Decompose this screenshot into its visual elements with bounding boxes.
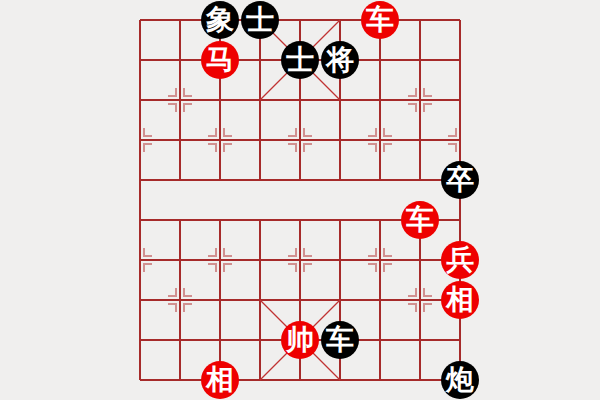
board-cell[interactable] <box>120 240 160 280</box>
piece-red-soldier[interactable]: 兵 <box>441 241 479 279</box>
board-cell[interactable] <box>440 80 480 120</box>
board-cell[interactable] <box>120 320 160 360</box>
board-cell[interactable] <box>320 360 360 400</box>
board-cell[interactable] <box>120 40 160 80</box>
board-cell[interactable] <box>280 360 320 400</box>
board-cell[interactable] <box>160 360 200 400</box>
board-cell[interactable] <box>160 280 200 320</box>
board-cell[interactable] <box>360 240 400 280</box>
board-cell[interactable]: 车 <box>400 200 440 240</box>
board-cell[interactable] <box>240 320 280 360</box>
board-cell[interactable]: 车 <box>320 320 360 360</box>
board-cell[interactable] <box>360 120 400 160</box>
piece-black-chariot[interactable]: 车 <box>321 321 359 359</box>
board-cell[interactable] <box>400 320 440 360</box>
board-cell[interactable] <box>320 200 360 240</box>
board-cell[interactable] <box>240 40 280 80</box>
board-cell[interactable] <box>280 160 320 200</box>
board-cell[interactable] <box>280 0 320 40</box>
board-cell[interactable] <box>160 240 200 280</box>
board-cell[interactable] <box>400 80 440 120</box>
board-cell[interactable] <box>400 280 440 320</box>
piece-black-soldier[interactable]: 卒 <box>441 161 479 199</box>
board-cell[interactable] <box>160 0 200 40</box>
board-cell[interactable] <box>200 80 240 120</box>
board-cell[interactable] <box>200 120 240 160</box>
board-cell[interactable] <box>400 360 440 400</box>
board-cell[interactable] <box>400 120 440 160</box>
board-cell[interactable] <box>240 120 280 160</box>
board-cell[interactable] <box>240 80 280 120</box>
xiangqi-board: 象士车马士将卒车兵相帅车相炮 <box>0 0 600 400</box>
board-cell[interactable]: 士 <box>240 0 280 40</box>
board-cell[interactable] <box>320 280 360 320</box>
board-cell[interactable] <box>160 320 200 360</box>
board-cell[interactable] <box>280 240 320 280</box>
board-cell[interactable] <box>160 120 200 160</box>
piece-red-general[interactable]: 帅 <box>281 321 319 359</box>
board-cell[interactable]: 马 <box>200 40 240 80</box>
board-cell[interactable]: 士 <box>280 40 320 80</box>
piece-black-advisor[interactable]: 士 <box>281 41 319 79</box>
board-cell[interactable] <box>120 120 160 160</box>
board-cell[interactable] <box>360 320 400 360</box>
board-cell[interactable] <box>120 160 160 200</box>
board-cell[interactable] <box>200 240 240 280</box>
board-cell[interactable] <box>240 240 280 280</box>
board-cell[interactable] <box>120 360 160 400</box>
board-cell[interactable] <box>400 160 440 200</box>
board-cell[interactable] <box>360 280 400 320</box>
board-cell[interactable] <box>440 200 480 240</box>
board-cell[interactable] <box>360 360 400 400</box>
board-cell[interactable] <box>160 40 200 80</box>
board-cell[interactable] <box>160 160 200 200</box>
board-cell[interactable] <box>240 360 280 400</box>
board-cell[interactable] <box>200 320 240 360</box>
board-cell[interactable]: 相 <box>200 360 240 400</box>
board-cell[interactable]: 帅 <box>280 320 320 360</box>
board-cell[interactable] <box>320 0 360 40</box>
piece-red-elephant[interactable]: 相 <box>441 281 479 319</box>
board-cell[interactable] <box>400 40 440 80</box>
board-cell[interactable] <box>200 280 240 320</box>
board-cell[interactable] <box>280 200 320 240</box>
board-cell[interactable] <box>200 160 240 200</box>
board-cell[interactable] <box>120 200 160 240</box>
board-cell[interactable] <box>280 280 320 320</box>
board-cell[interactable] <box>240 160 280 200</box>
piece-red-chariot[interactable]: 车 <box>401 201 439 239</box>
board-cell[interactable] <box>360 160 400 200</box>
board-cell[interactable] <box>320 160 360 200</box>
board-cell[interactable] <box>120 280 160 320</box>
board-cell[interactable]: 将 <box>320 40 360 80</box>
board-cell[interactable] <box>240 200 280 240</box>
board-cell[interactable] <box>280 80 320 120</box>
piece-red-elephant[interactable]: 相 <box>201 361 239 399</box>
board-cell[interactable] <box>240 280 280 320</box>
piece-black-general[interactable]: 将 <box>321 41 359 79</box>
board-cell[interactable] <box>440 40 480 80</box>
board-cell[interactable] <box>200 200 240 240</box>
board-cell[interactable]: 炮 <box>440 360 480 400</box>
piece-black-advisor[interactable]: 士 <box>241 1 279 39</box>
board-cell[interactable] <box>280 120 320 160</box>
piece-red-horse[interactable]: 马 <box>201 41 239 79</box>
board-cell[interactable] <box>440 120 480 160</box>
piece-black-elephant[interactable]: 象 <box>201 1 239 39</box>
board-cell[interactable] <box>360 40 400 80</box>
board-cell[interactable] <box>120 80 160 120</box>
board-cell[interactable] <box>320 80 360 120</box>
board-cell[interactable] <box>440 320 480 360</box>
board-cell[interactable] <box>440 0 480 40</box>
board-cell[interactable] <box>120 0 160 40</box>
board-cell[interactable]: 相 <box>440 280 480 320</box>
board-cell[interactable] <box>400 240 440 280</box>
board-cell[interactable] <box>400 0 440 40</box>
board-cell[interactable] <box>160 200 200 240</box>
board-cell[interactable] <box>320 240 360 280</box>
board-cell[interactable]: 象 <box>200 0 240 40</box>
board-cell[interactable]: 车 <box>360 0 400 40</box>
board-intersections: 象士车马士将卒车兵相帅车相炮 <box>120 0 480 400</box>
board-cell[interactable]: 兵 <box>440 240 480 280</box>
board-cell[interactable]: 卒 <box>440 160 480 200</box>
board-cell[interactable] <box>160 80 200 120</box>
piece-red-chariot[interactable]: 车 <box>361 1 399 39</box>
board-cell[interactable] <box>360 200 400 240</box>
board-cell[interactable] <box>320 120 360 160</box>
piece-black-cannon[interactable]: 炮 <box>441 361 479 399</box>
board-cell[interactable] <box>360 80 400 120</box>
